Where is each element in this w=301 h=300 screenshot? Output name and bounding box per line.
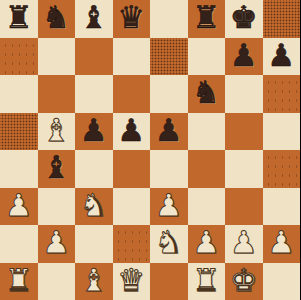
white-pawn-f2: ♟ [192,227,220,258]
black-pawn-g7: ♟ [230,40,258,71]
black-pawn-e5: ♟ [155,115,183,146]
square-f3[interactable] [188,188,226,226]
black-knight-f6: ♞ [192,77,220,108]
square-e1[interactable] [150,263,188,300]
square-a7[interactable] [0,38,38,76]
white-queen-d1: ♛ [117,265,145,296]
square-a1[interactable]: ♜ [0,263,38,300]
square-h6[interactable] [263,75,301,113]
square-b3[interactable] [38,188,76,226]
square-h2[interactable]: ♟ [263,225,301,263]
white-pawn-h2: ♟ [267,227,295,258]
square-g7[interactable]: ♟ [225,38,263,76]
square-e4[interactable] [150,150,188,188]
chess-board: ♜♞♝♛♜♚♟♟♞♝♟♟♟♝♟♞♟♟♞♟♟♟♜♝♛♜♚ [0,0,300,300]
white-rook-f1: ♜ [192,265,220,296]
square-h8[interactable] [263,0,301,38]
square-e3[interactable]: ♟ [150,188,188,226]
square-b8[interactable]: ♞ [38,0,76,38]
square-d6[interactable] [113,75,151,113]
square-e5[interactable]: ♟ [150,113,188,151]
white-king-g1: ♚ [230,265,258,296]
square-g4[interactable] [225,150,263,188]
square-f5[interactable] [188,113,226,151]
square-g6[interactable] [225,75,263,113]
square-a5[interactable] [0,113,38,151]
square-b6[interactable] [38,75,76,113]
square-e7[interactable] [150,38,188,76]
square-a6[interactable] [0,75,38,113]
square-h3[interactable] [263,188,301,226]
black-rook-f8: ♜ [192,2,220,33]
square-b5[interactable]: ♝ [38,113,76,151]
black-king-g8: ♚ [230,2,258,33]
square-h7[interactable]: ♟ [263,38,301,76]
square-d1[interactable]: ♛ [113,263,151,300]
square-f2[interactable]: ♟ [188,225,226,263]
square-g2[interactable]: ♟ [225,225,263,263]
black-pawn-c5: ♟ [80,115,108,146]
square-c4[interactable] [75,150,113,188]
square-e2[interactable]: ♞ [150,225,188,263]
square-f1[interactable]: ♜ [188,263,226,300]
square-d3[interactable] [113,188,151,226]
white-knight-c3: ♞ [80,190,108,221]
square-d7[interactable] [113,38,151,76]
square-c7[interactable] [75,38,113,76]
square-a3[interactable]: ♟ [0,188,38,226]
square-a8[interactable]: ♜ [0,0,38,38]
square-f6[interactable]: ♞ [188,75,226,113]
square-e8[interactable] [150,0,188,38]
square-b2[interactable]: ♟ [38,225,76,263]
square-c3[interactable]: ♞ [75,188,113,226]
square-g8[interactable]: ♚ [225,0,263,38]
white-pawn-a3: ♟ [5,190,33,221]
white-knight-e2: ♞ [155,227,183,258]
square-c1[interactable]: ♝ [75,263,113,300]
square-c2[interactable] [75,225,113,263]
square-d8[interactable]: ♛ [113,0,151,38]
square-h4[interactable] [263,150,301,188]
square-e6[interactable] [150,75,188,113]
white-bishop-c1: ♝ [80,265,108,296]
square-c6[interactable] [75,75,113,113]
square-c8[interactable]: ♝ [75,0,113,38]
square-b4[interactable]: ♝ [38,150,76,188]
black-queen-d8: ♛ [117,2,145,33]
white-rook-a1: ♜ [5,265,33,296]
square-g1[interactable]: ♚ [225,263,263,300]
square-c5[interactable]: ♟ [75,113,113,151]
square-g5[interactable] [225,113,263,151]
square-a2[interactable] [0,225,38,263]
square-g3[interactable] [225,188,263,226]
white-pawn-g2: ♟ [230,227,258,258]
square-f7[interactable] [188,38,226,76]
white-pawn-b2: ♟ [42,227,70,258]
square-d5[interactable]: ♟ [113,113,151,151]
square-f8[interactable]: ♜ [188,0,226,38]
square-h5[interactable] [263,113,301,151]
black-pawn-d5: ♟ [117,115,145,146]
square-b1[interactable] [38,263,76,300]
square-a4[interactable] [0,150,38,188]
black-pawn-h7: ♟ [267,40,295,71]
square-f4[interactable] [188,150,226,188]
square-h1[interactable] [263,263,301,300]
black-rook-a8: ♜ [5,2,33,33]
square-d2[interactable] [113,225,151,263]
square-d4[interactable] [113,150,151,188]
white-bishop-b5: ♝ [42,115,70,146]
black-bishop-b4: ♝ [42,152,70,183]
square-b7[interactable] [38,38,76,76]
white-pawn-e3: ♟ [155,190,183,221]
black-knight-b8: ♞ [42,2,70,33]
black-bishop-c8: ♝ [80,2,108,33]
